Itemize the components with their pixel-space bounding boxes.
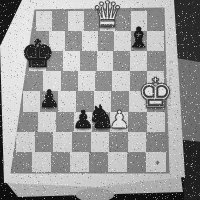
piece-black-king-a6[interactable]: ♚ bbox=[21, 35, 55, 73]
piece-white-king-h4[interactable]: ♚ bbox=[137, 73, 173, 114]
piece-black-bishop-g7[interactable]: ♝ bbox=[126, 24, 151, 52]
photo-stage: © Chessboard ♛♝♚♟♚♟♞♟ bbox=[0, 0, 200, 200]
piece-black-pawn-b4[interactable]: ♟ bbox=[39, 88, 61, 112]
piece-white-pawn-f3[interactable]: ♟ bbox=[108, 107, 130, 132]
piece-white-queen-e8[interactable]: ♛ bbox=[91, 0, 123, 33]
pieces-layer: ♛♝♚♟♚♟♞♟ bbox=[0, 0, 200, 200]
